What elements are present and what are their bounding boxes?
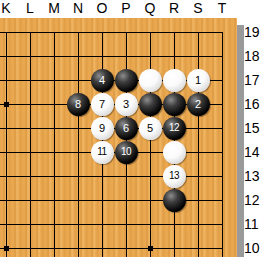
black-stone-Q16[interactable] xyxy=(139,93,162,116)
move-number-5: 5 xyxy=(147,123,153,134)
point-Q17[interactable] xyxy=(138,68,162,92)
column-label-L: L xyxy=(26,0,34,16)
point-O15[interactable]: 9 xyxy=(90,116,114,140)
point-R14[interactable] xyxy=(162,140,186,164)
point-R12[interactable] xyxy=(162,188,186,212)
white-stone-O14[interactable]: 11 xyxy=(91,141,114,164)
move-number-9: 9 xyxy=(99,123,105,134)
white-stone-Q15[interactable]: 5 xyxy=(139,117,162,140)
move-number-12: 12 xyxy=(169,123,179,133)
point-O14[interactable]: 11 xyxy=(90,140,114,164)
white-stone-R14[interactable] xyxy=(163,141,186,164)
column-label-R: R xyxy=(169,0,179,16)
black-stone-P17[interactable] xyxy=(115,69,138,92)
row-label-13: 13 xyxy=(244,169,260,183)
point-N16[interactable]: 8 xyxy=(66,92,90,116)
black-stone-R15[interactable]: 12 xyxy=(163,117,186,140)
white-stone-R17[interactable] xyxy=(163,69,186,92)
white-stone-S17[interactable]: 1 xyxy=(187,69,210,92)
point-O17[interactable]: 4 xyxy=(90,68,114,92)
white-stone-R13[interactable]: 13 xyxy=(163,165,186,188)
black-stone-P14[interactable]: 10 xyxy=(115,141,138,164)
column-label-P: P xyxy=(121,0,130,16)
point-P14[interactable]: 10 xyxy=(114,140,138,164)
move-number-4: 4 xyxy=(99,75,105,86)
point-R17[interactable] xyxy=(162,68,186,92)
row-label-19: 19 xyxy=(244,25,260,39)
white-stone-P16[interactable]: 3 xyxy=(115,93,138,116)
move-number-6: 6 xyxy=(123,123,129,134)
go-board-screen: 41873296512111013 KLMNOPQRST 19181716151… xyxy=(0,0,260,257)
point-R15[interactable]: 12 xyxy=(162,116,186,140)
move-number-3: 3 xyxy=(123,99,129,110)
move-number-8: 8 xyxy=(75,99,81,110)
black-stone-P15[interactable]: 6 xyxy=(115,117,138,140)
move-number-7: 7 xyxy=(99,99,105,110)
column-label-K: K xyxy=(1,0,10,16)
point-S17[interactable]: 1 xyxy=(186,68,210,92)
point-P15[interactable]: 6 xyxy=(114,116,138,140)
black-stone-R12[interactable] xyxy=(163,189,186,212)
board-shadow xyxy=(237,25,244,257)
black-stone-O17[interactable]: 4 xyxy=(91,69,114,92)
column-label-T: T xyxy=(218,0,227,16)
row-label-10: 10 xyxy=(244,241,260,255)
move-number-11: 11 xyxy=(97,147,106,157)
point-P17[interactable] xyxy=(114,68,138,92)
column-label-O: O xyxy=(97,0,108,16)
row-label-17: 17 xyxy=(244,73,260,87)
column-label-N: N xyxy=(73,0,83,16)
point-S16[interactable]: 2 xyxy=(186,92,210,116)
black-stone-R16[interactable] xyxy=(163,93,186,116)
move-number-1: 1 xyxy=(195,75,201,86)
white-stone-Q17[interactable] xyxy=(139,69,162,92)
point-O16[interactable]: 7 xyxy=(90,92,114,116)
row-label-12: 12 xyxy=(244,193,260,207)
column-label-M: M xyxy=(48,0,60,16)
row-label-14: 14 xyxy=(244,145,260,159)
row-label-16: 16 xyxy=(244,97,260,111)
column-label-S: S xyxy=(193,0,202,16)
point-R16[interactable] xyxy=(162,92,186,116)
row-label-11: 11 xyxy=(244,217,259,231)
stones-grid[interactable]: 41873296512111013 xyxy=(0,20,234,257)
point-Q15[interactable]: 5 xyxy=(138,116,162,140)
point-Q16[interactable] xyxy=(138,92,162,116)
point-P16[interactable]: 3 xyxy=(114,92,138,116)
black-stone-N16[interactable]: 8 xyxy=(67,93,90,116)
white-stone-O16[interactable]: 7 xyxy=(91,93,114,116)
move-number-10: 10 xyxy=(121,147,131,157)
row-label-18: 18 xyxy=(244,49,260,63)
move-number-13: 13 xyxy=(169,171,179,181)
column-label-Q: Q xyxy=(145,0,156,16)
point-R13[interactable]: 13 xyxy=(162,164,186,188)
white-stone-O15[interactable]: 9 xyxy=(91,117,114,140)
row-label-15: 15 xyxy=(244,121,260,135)
move-number-2: 2 xyxy=(195,99,201,110)
black-stone-S16[interactable]: 2 xyxy=(187,93,210,116)
